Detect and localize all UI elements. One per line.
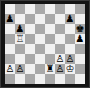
square-e8[interactable] bbox=[45, 4, 55, 14]
square-c4[interactable] bbox=[25, 44, 35, 54]
square-d2[interactable] bbox=[35, 64, 45, 74]
square-g3[interactable]: ♙ bbox=[65, 54, 75, 64]
piece-black-pawn-b6: ♟ bbox=[16, 24, 25, 34]
chess-board: ♟♟♟♚♖♟♙♙♙♙♜♙♔ bbox=[5, 4, 85, 84]
square-g6[interactable] bbox=[65, 24, 75, 34]
square-f4[interactable] bbox=[55, 44, 65, 54]
square-f6[interactable] bbox=[55, 24, 65, 34]
square-d8[interactable] bbox=[35, 4, 45, 14]
square-b8[interactable] bbox=[15, 4, 25, 14]
chess-board-diagram: ♟♟♟♚♖♟♙♙♙♙♜♙♔ bbox=[0, 0, 90, 88]
square-h8[interactable] bbox=[75, 4, 85, 14]
square-e1[interactable] bbox=[45, 74, 55, 84]
square-a6[interactable] bbox=[5, 24, 15, 34]
square-d1[interactable] bbox=[35, 74, 45, 84]
square-g7[interactable]: ♟ bbox=[65, 14, 75, 24]
square-h5[interactable]: ♟ bbox=[75, 34, 85, 44]
square-g8[interactable] bbox=[65, 4, 75, 14]
square-c8[interactable] bbox=[25, 4, 35, 14]
square-e5[interactable] bbox=[45, 34, 55, 44]
square-h4[interactable] bbox=[75, 44, 85, 54]
square-b3[interactable] bbox=[15, 54, 25, 64]
square-e2[interactable]: ♜ bbox=[45, 64, 55, 74]
square-g1[interactable] bbox=[65, 74, 75, 84]
piece-black-pawn-h5: ♟ bbox=[76, 34, 85, 44]
square-c3[interactable] bbox=[25, 54, 35, 64]
piece-white-pawn-f2: ♙ bbox=[56, 64, 65, 74]
square-b1[interactable] bbox=[15, 74, 25, 84]
square-g5[interactable] bbox=[65, 34, 75, 44]
square-a4[interactable] bbox=[5, 44, 15, 54]
piece-black-pawn-g7: ♟ bbox=[66, 14, 75, 24]
square-f8[interactable] bbox=[55, 4, 65, 14]
piece-white-pawn-a2: ♙ bbox=[6, 64, 15, 74]
square-e6[interactable] bbox=[45, 24, 55, 34]
square-d5[interactable] bbox=[35, 34, 45, 44]
square-g2[interactable]: ♔ bbox=[65, 64, 75, 74]
square-f5[interactable] bbox=[55, 34, 65, 44]
square-c2[interactable] bbox=[25, 64, 35, 74]
square-d3[interactable] bbox=[35, 54, 45, 64]
square-c7[interactable] bbox=[25, 14, 35, 24]
square-b7[interactable] bbox=[15, 14, 25, 24]
square-d4[interactable] bbox=[35, 44, 45, 54]
square-e3[interactable] bbox=[45, 54, 55, 64]
square-d6[interactable] bbox=[35, 24, 45, 34]
square-e7[interactable] bbox=[45, 14, 55, 24]
square-a5[interactable] bbox=[5, 34, 15, 44]
piece-white-pawn-f3: ♙ bbox=[56, 54, 65, 64]
square-g4[interactable] bbox=[65, 44, 75, 54]
square-h6[interactable]: ♚ bbox=[75, 24, 85, 34]
piece-black-rook-e2: ♜ bbox=[46, 64, 55, 74]
piece-black-king-h6: ♚ bbox=[76, 24, 85, 34]
square-e4[interactable] bbox=[45, 44, 55, 54]
square-f7[interactable] bbox=[55, 14, 65, 24]
square-h3[interactable] bbox=[75, 54, 85, 64]
square-a1[interactable] bbox=[5, 74, 15, 84]
square-a3[interactable] bbox=[5, 54, 15, 64]
square-h2[interactable] bbox=[75, 64, 85, 74]
square-b6[interactable]: ♟ bbox=[15, 24, 25, 34]
square-b2[interactable]: ♙ bbox=[15, 64, 25, 74]
piece-white-pawn-g3: ♙ bbox=[66, 54, 75, 64]
square-f3[interactable]: ♙ bbox=[55, 54, 65, 64]
piece-black-pawn-a7: ♟ bbox=[6, 14, 15, 24]
square-d7[interactable] bbox=[35, 14, 45, 24]
square-f2[interactable]: ♙ bbox=[55, 64, 65, 74]
piece-white-pawn-b2: ♙ bbox=[16, 64, 25, 74]
square-c6[interactable] bbox=[25, 24, 35, 34]
square-h1[interactable] bbox=[75, 74, 85, 84]
square-c5[interactable] bbox=[25, 34, 35, 44]
square-h7[interactable] bbox=[75, 14, 85, 24]
square-c1[interactable] bbox=[25, 74, 35, 84]
piece-white-rook-b5: ♖ bbox=[16, 34, 25, 44]
piece-white-king-g2: ♔ bbox=[66, 64, 75, 74]
square-b5[interactable]: ♖ bbox=[15, 34, 25, 44]
square-a7[interactable]: ♟ bbox=[5, 14, 15, 24]
square-a8[interactable] bbox=[5, 4, 15, 14]
square-a2[interactable]: ♙ bbox=[5, 64, 15, 74]
square-b4[interactable] bbox=[15, 44, 25, 54]
square-f1[interactable] bbox=[55, 74, 65, 84]
